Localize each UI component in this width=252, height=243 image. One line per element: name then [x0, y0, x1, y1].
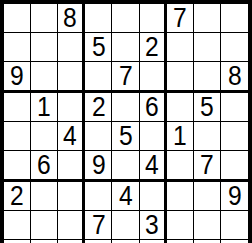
cell-r3c2[interactable] [31, 62, 58, 93]
digit-r4c2: 1 [37, 93, 51, 121]
cell-r4c6[interactable]: 6 [140, 93, 167, 122]
digit-r7c9: 9 [228, 182, 242, 210]
digit-r5c5: 5 [119, 122, 133, 150]
cell-r3c3[interactable] [58, 62, 85, 93]
cell-r6c4[interactable]: 9 [85, 151, 112, 182]
cell-r5c8[interactable] [194, 122, 221, 151]
cell-r8c2[interactable] [31, 211, 58, 240]
cell-r7c1[interactable]: 2 [4, 182, 31, 211]
cell-r2c6[interactable]: 2 [140, 33, 167, 62]
cell-r2c9[interactable] [221, 33, 248, 62]
cell-r7c7[interactable] [167, 182, 194, 211]
digit-r3c1: 9 [10, 62, 24, 90]
digit-r5c3: 4 [63, 122, 77, 150]
digit-r8c4: 7 [92, 211, 106, 239]
cell-r5c3[interactable]: 4 [58, 122, 85, 151]
cell-r8c1[interactable] [4, 211, 31, 240]
cell-r4c4[interactable]: 2 [85, 93, 112, 122]
cell-r2c4[interactable]: 5 [85, 33, 112, 62]
digit-r1c7: 7 [173, 4, 187, 32]
digit-r2c6: 2 [145, 33, 159, 61]
digit-r4c4: 2 [92, 93, 106, 121]
cell-r3c1[interactable]: 9 [4, 62, 31, 93]
cell-r7c3[interactable] [58, 182, 85, 211]
cell-r4c1[interactable] [4, 93, 31, 122]
digit-r4c8: 5 [200, 93, 214, 121]
cell-r1c5[interactable] [112, 4, 139, 33]
cell-r8c3[interactable] [58, 211, 85, 240]
digit-r6c8: 7 [200, 151, 214, 179]
cell-r1c8[interactable] [194, 4, 221, 33]
digit-r1c3: 8 [63, 4, 77, 32]
digit-r2c4: 5 [92, 33, 106, 61]
digit-r8c6: 3 [145, 211, 159, 239]
cell-r2c2[interactable] [31, 33, 58, 62]
cell-r4c9[interactable] [221, 93, 248, 122]
cell-r5c7[interactable]: 1 [167, 122, 194, 151]
cell-r4c2[interactable]: 1 [31, 93, 58, 122]
cell-r5c1[interactable] [4, 122, 31, 151]
cell-r2c3[interactable] [58, 33, 85, 62]
cell-r6c1[interactable] [4, 151, 31, 182]
digit-r6c2: 6 [37, 151, 51, 179]
cell-r3c9[interactable]: 8 [221, 62, 248, 93]
cell-r7c9[interactable]: 9 [221, 182, 248, 211]
cell-r2c8[interactable] [194, 33, 221, 62]
cell-r6c5[interactable] [112, 151, 139, 182]
cell-r4c7[interactable] [167, 93, 194, 122]
cell-r1c6[interactable] [140, 4, 167, 33]
cell-r7c8[interactable] [194, 182, 221, 211]
cell-r5c6[interactable] [140, 122, 167, 151]
cell-r2c7[interactable] [167, 33, 194, 62]
cell-r1c4[interactable] [85, 4, 112, 33]
cell-r8c9[interactable] [221, 211, 248, 240]
cell-r7c5[interactable]: 4 [112, 182, 139, 211]
cell-r6c9[interactable] [221, 151, 248, 182]
cell-r1c9[interactable] [221, 4, 248, 33]
cell-r8c6[interactable]: 3 [140, 211, 167, 240]
cell-r5c9[interactable] [221, 122, 248, 151]
digit-r7c1: 2 [10, 182, 24, 210]
cell-r8c4[interactable]: 7 [85, 211, 112, 240]
cell-r8c5[interactable] [112, 211, 139, 240]
cell-r3c5[interactable]: 7 [112, 62, 139, 93]
cell-r6c3[interactable] [58, 151, 85, 182]
cell-r8c7[interactable] [167, 211, 194, 240]
cell-r6c8[interactable]: 7 [194, 151, 221, 182]
cell-r5c2[interactable] [31, 122, 58, 151]
cell-r2c1[interactable] [4, 33, 31, 62]
cell-r3c4[interactable] [85, 62, 112, 93]
cell-r7c4[interactable] [85, 182, 112, 211]
sudoku-board: 8752978126545169472497364 [0, 0, 252, 243]
cell-r6c2[interactable]: 6 [31, 151, 58, 182]
digit-r6c6: 4 [145, 151, 159, 179]
digit-r7c5: 4 [119, 182, 133, 210]
cell-r7c2[interactable] [31, 182, 58, 211]
cell-r1c1[interactable] [4, 4, 31, 33]
cell-r6c6[interactable]: 4 [140, 151, 167, 182]
cell-r7c6[interactable] [140, 182, 167, 211]
cell-r3c7[interactable] [167, 62, 194, 93]
cell-r1c2[interactable] [31, 4, 58, 33]
digit-r3c9: 8 [228, 62, 242, 90]
cell-r4c5[interactable] [112, 93, 139, 122]
cell-r5c4[interactable] [85, 122, 112, 151]
cell-r1c3[interactable]: 8 [58, 4, 85, 33]
digit-r5c7: 1 [173, 122, 187, 150]
cell-r4c3[interactable] [58, 93, 85, 122]
cell-r6c7[interactable] [167, 151, 194, 182]
digit-r6c4: 9 [92, 151, 106, 179]
cell-r5c5[interactable]: 5 [112, 122, 139, 151]
digit-r4c6: 6 [145, 93, 159, 121]
cell-r3c8[interactable] [194, 62, 221, 93]
cell-r3c6[interactable] [140, 62, 167, 93]
cell-r1c7[interactable]: 7 [167, 4, 194, 33]
digit-r3c5: 7 [119, 62, 133, 90]
cell-r2c5[interactable] [112, 33, 139, 62]
cell-r8c8[interactable] [194, 211, 221, 240]
cell-r4c8[interactable]: 5 [194, 93, 221, 122]
